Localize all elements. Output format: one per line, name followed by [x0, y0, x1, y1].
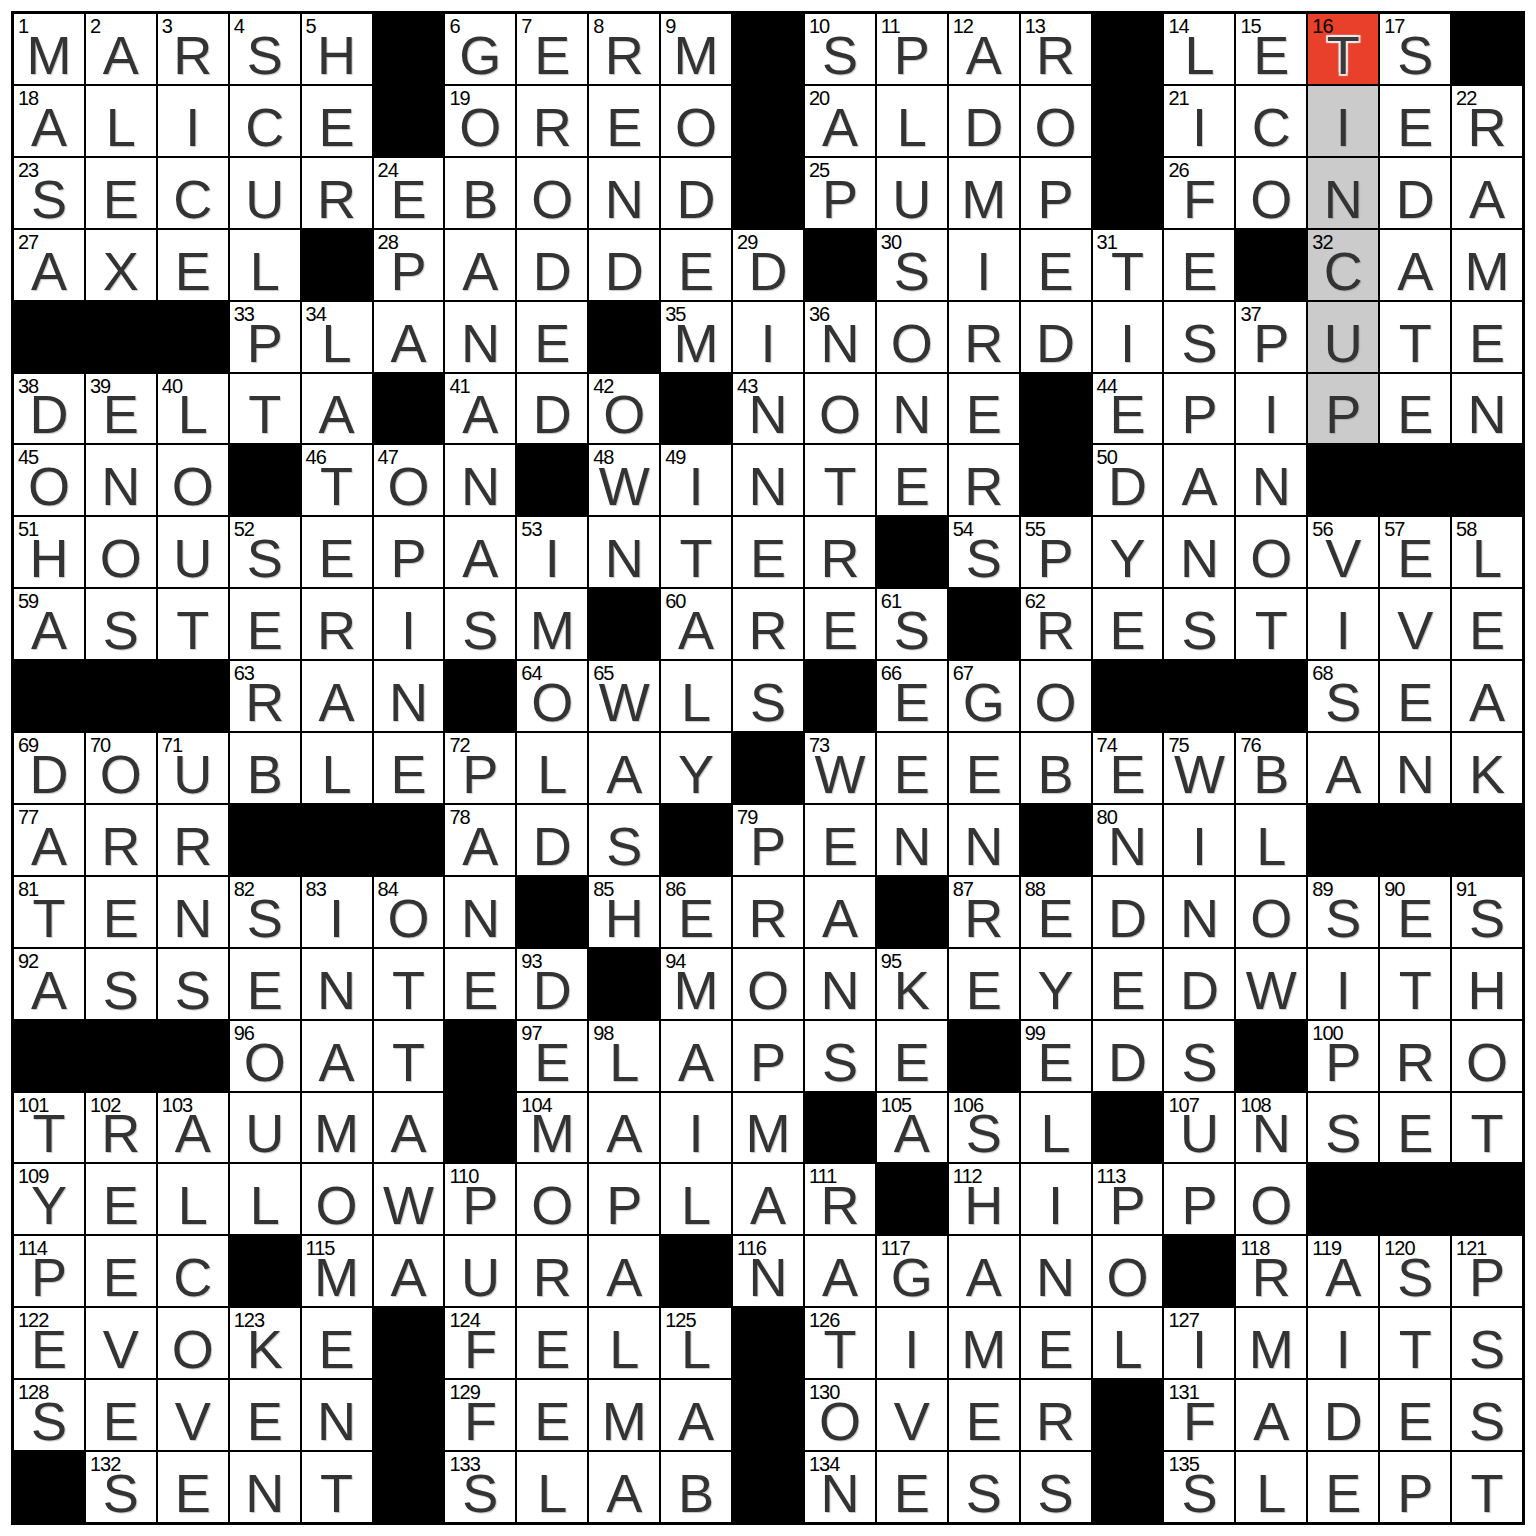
grid-cell-r7c7[interactable]: N	[445, 445, 515, 515]
grid-cell-r10c11[interactable]: S	[733, 661, 803, 731]
grid-cell-r4c19[interactable]: 32C	[1308, 230, 1378, 300]
grid-cell-r10c20[interactable]: E	[1380, 661, 1450, 731]
grid-cell-r14c20[interactable]: T	[1380, 949, 1450, 1019]
grid-cell-r19c8[interactable]: E	[517, 1308, 587, 1378]
grid-cell-r8c1[interactable]: 51H	[14, 517, 84, 587]
grid-cell-r17c17[interactable]: P	[1164, 1164, 1234, 1234]
grid-cell-r17c16[interactable]: 113P	[1093, 1164, 1163, 1234]
grid-cell-r15c21[interactable]: O	[1452, 1021, 1522, 1091]
grid-cell-r21c19[interactable]: E	[1308, 1452, 1378, 1522]
grid-cell-r13c14[interactable]: 87R	[949, 877, 1019, 947]
grid-cell-r7c6[interactable]: 47O	[374, 445, 444, 515]
grid-cell-r21c9[interactable]: A	[589, 1452, 659, 1522]
grid-cell-r9c10[interactable]: 60A	[661, 589, 731, 659]
grid-cell-r15c9[interactable]: 98L	[589, 1021, 659, 1091]
grid-cell-r7c13[interactable]: E	[877, 445, 947, 515]
grid-cell-r14c4[interactable]: E	[230, 949, 300, 1019]
grid-cell-r8c4[interactable]: 52S	[230, 517, 300, 587]
grid-cell-r9c19[interactable]: I	[1308, 589, 1378, 659]
grid-cell-r7c10[interactable]: 49I	[661, 445, 731, 515]
grid-cell-r6c12[interactable]: O	[805, 374, 875, 444]
grid-cell-r1c14[interactable]: 12A	[949, 14, 1019, 84]
grid-cell-r3c13[interactable]: U	[877, 158, 947, 228]
grid-cell-r8c19[interactable]: 56V	[1308, 517, 1378, 587]
grid-cell-r3c7[interactable]: B	[445, 158, 515, 228]
grid-cell-r11c19[interactable]: A	[1308, 733, 1378, 803]
grid-cell-r9c4[interactable]: E	[230, 589, 300, 659]
grid-cell-r12c13[interactable]: N	[877, 805, 947, 875]
grid-cell-r9c6[interactable]: I	[374, 589, 444, 659]
grid-cell-r10c19[interactable]: 68S	[1308, 661, 1378, 731]
grid-cell-r20c3[interactable]: V	[158, 1380, 228, 1450]
grid-cell-r3c12[interactable]: 25P	[805, 158, 875, 228]
grid-cell-r18c19[interactable]: 119A	[1308, 1236, 1378, 1306]
grid-cell-r21c5[interactable]: T	[302, 1452, 372, 1522]
grid-cell-r5c10[interactable]: 35M	[661, 302, 731, 372]
grid-cell-r11c3[interactable]: 71U	[158, 733, 228, 803]
grid-cell-r17c12[interactable]: 111R	[805, 1164, 875, 1234]
grid-cell-r4c3[interactable]: E	[158, 230, 228, 300]
grid-cell-r20c4[interactable]: E	[230, 1380, 300, 1450]
grid-cell-r9c12[interactable]: E	[805, 589, 875, 659]
grid-cell-r10c14[interactable]: 67G	[949, 661, 1019, 731]
grid-cell-r10c15[interactable]: O	[1021, 661, 1091, 731]
grid-cell-r13c6[interactable]: 84O	[374, 877, 444, 947]
grid-cell-r13c18[interactable]: O	[1236, 877, 1306, 947]
grid-cell-r5c15[interactable]: D	[1021, 302, 1091, 372]
grid-cell-r14c5[interactable]: N	[302, 949, 372, 1019]
grid-cell-r20c13[interactable]: V	[877, 1380, 947, 1450]
grid-cell-r14c19[interactable]: I	[1308, 949, 1378, 1019]
grid-cell-r8c14[interactable]: 54S	[949, 517, 1019, 587]
grid-cell-r12c2[interactable]: R	[86, 805, 156, 875]
grid-cell-r14c17[interactable]: D	[1164, 949, 1234, 1019]
grid-cell-r6c9[interactable]: 42O	[589, 374, 659, 444]
grid-cell-r5c8[interactable]: E	[517, 302, 587, 372]
grid-cell-r19c4[interactable]: 123K	[230, 1308, 300, 1378]
grid-cell-r14c14[interactable]: E	[949, 949, 1019, 1019]
grid-cell-r17c6[interactable]: W	[374, 1164, 444, 1234]
grid-cell-r13c5[interactable]: 83I	[302, 877, 372, 947]
grid-cell-r12c9[interactable]: S	[589, 805, 659, 875]
grid-cell-r15c4[interactable]: 96O	[230, 1021, 300, 1091]
grid-cell-r9c3[interactable]: T	[158, 589, 228, 659]
grid-cell-r19c7[interactable]: 124F	[445, 1308, 515, 1378]
grid-cell-r11c6[interactable]: E	[374, 733, 444, 803]
grid-cell-r19c20[interactable]: T	[1380, 1308, 1450, 1378]
grid-cell-r14c8[interactable]: 93D	[517, 949, 587, 1019]
grid-cell-r19c18[interactable]: M	[1236, 1308, 1306, 1378]
grid-cell-r18c12[interactable]: A	[805, 1236, 875, 1306]
grid-cell-r6c16[interactable]: 44E	[1093, 374, 1163, 444]
grid-cell-r11c16[interactable]: 74E	[1093, 733, 1163, 803]
grid-cell-r4c10[interactable]: E	[661, 230, 731, 300]
grid-cell-r21c4[interactable]: N	[230, 1452, 300, 1522]
grid-cell-r6c5[interactable]: A	[302, 374, 372, 444]
grid-cell-r7c1[interactable]: 45O	[14, 445, 84, 515]
grid-cell-r6c18[interactable]: I	[1236, 374, 1306, 444]
grid-cell-r2c7[interactable]: 19O	[445, 86, 515, 156]
grid-cell-r20c8[interactable]: E	[517, 1380, 587, 1450]
grid-cell-r11c4[interactable]: B	[230, 733, 300, 803]
grid-cell-r3c20[interactable]: D	[1380, 158, 1450, 228]
grid-cell-r2c10[interactable]: O	[661, 86, 731, 156]
grid-cell-r3c4[interactable]: U	[230, 158, 300, 228]
grid-cell-r18c6[interactable]: A	[374, 1236, 444, 1306]
grid-cell-r11c7[interactable]: 72P	[445, 733, 515, 803]
grid-cell-r13c4[interactable]: 82S	[230, 877, 300, 947]
grid-cell-r8c5[interactable]: E	[302, 517, 372, 587]
grid-cell-r1c12[interactable]: 10S	[805, 14, 875, 84]
grid-cell-r9c11[interactable]: R	[733, 589, 803, 659]
grid-cell-r16c6[interactable]: A	[374, 1093, 444, 1163]
grid-cell-r7c16[interactable]: 50D	[1093, 445, 1163, 515]
grid-cell-r2c14[interactable]: D	[949, 86, 1019, 156]
grid-cell-r1c13[interactable]: 11P	[877, 14, 947, 84]
grid-cell-r5c12[interactable]: 36N	[805, 302, 875, 372]
grid-cell-r6c11[interactable]: 43N	[733, 374, 803, 444]
grid-cell-r5c20[interactable]: T	[1380, 302, 1450, 372]
grid-cell-r4c11[interactable]: 29D	[733, 230, 803, 300]
grid-cell-r12c11[interactable]: 79P	[733, 805, 803, 875]
grid-cell-r20c2[interactable]: E	[86, 1380, 156, 1450]
grid-cell-r12c16[interactable]: 80N	[1093, 805, 1163, 875]
grid-cell-r17c15[interactable]: I	[1021, 1164, 1091, 1234]
grid-cell-r6c13[interactable]: N	[877, 374, 947, 444]
grid-cell-r21c14[interactable]: S	[949, 1452, 1019, 1522]
grid-cell-r18c11[interactable]: 116N	[733, 1236, 803, 1306]
grid-cell-r3c5[interactable]: R	[302, 158, 372, 228]
grid-cell-r12c8[interactable]: D	[517, 805, 587, 875]
grid-cell-r13c20[interactable]: 90E	[1380, 877, 1450, 947]
grid-cell-r12c1[interactable]: 77A	[14, 805, 84, 875]
grid-cell-r20c12[interactable]: 130O	[805, 1380, 875, 1450]
grid-cell-r17c11[interactable]: A	[733, 1164, 803, 1234]
grid-cell-r11c12[interactable]: 73W	[805, 733, 875, 803]
grid-cell-r2c2[interactable]: L	[86, 86, 156, 156]
grid-cell-r13c19[interactable]: 89S	[1308, 877, 1378, 947]
grid-cell-r20c7[interactable]: 129F	[445, 1380, 515, 1450]
grid-cell-r11c2[interactable]: 70O	[86, 733, 156, 803]
grid-cell-r15c10[interactable]: A	[661, 1021, 731, 1091]
grid-cell-r15c16[interactable]: D	[1093, 1021, 1163, 1091]
grid-cell-r6c19[interactable]: P	[1308, 374, 1378, 444]
grid-cell-r21c12[interactable]: 134N	[805, 1452, 875, 1522]
grid-cell-r1c15[interactable]: 13R	[1021, 14, 1091, 84]
grid-cell-r9c21[interactable]: E	[1452, 589, 1522, 659]
grid-cell-r11c1[interactable]: 69D	[14, 733, 84, 803]
grid-cell-r20c19[interactable]: D	[1308, 1380, 1378, 1450]
grid-cell-r17c10[interactable]: L	[661, 1164, 731, 1234]
grid-cell-r16c3[interactable]: 103A	[158, 1093, 228, 1163]
grid-cell-r11c8[interactable]: L	[517, 733, 587, 803]
grid-cell-r21c13[interactable]: E	[877, 1452, 947, 1522]
grid-cell-r16c11[interactable]: M	[733, 1093, 803, 1163]
grid-cell-r16c19[interactable]: S	[1308, 1093, 1378, 1163]
grid-cell-r20c10[interactable]: A	[661, 1380, 731, 1450]
grid-cell-r6c20[interactable]: E	[1380, 374, 1450, 444]
grid-cell-r2c3[interactable]: I	[158, 86, 228, 156]
grid-cell-r19c5[interactable]: E	[302, 1308, 372, 1378]
grid-cell-r18c13[interactable]: 117G	[877, 1236, 947, 1306]
grid-cell-r20c9[interactable]: M	[589, 1380, 659, 1450]
grid-cell-r19c14[interactable]: M	[949, 1308, 1019, 1378]
grid-cell-r2c20[interactable]: E	[1380, 86, 1450, 156]
grid-cell-r9c13[interactable]: 61S	[877, 589, 947, 659]
grid-cell-r4c17[interactable]: E	[1164, 230, 1234, 300]
grid-cell-r8c2[interactable]: O	[86, 517, 156, 587]
grid-cell-r15c19[interactable]: 100P	[1308, 1021, 1378, 1091]
grid-cell-r19c16[interactable]: L	[1093, 1308, 1163, 1378]
grid-cell-r7c12[interactable]: T	[805, 445, 875, 515]
grid-cell-r19c15[interactable]: E	[1021, 1308, 1091, 1378]
grid-cell-r15c20[interactable]: R	[1380, 1021, 1450, 1091]
grid-cell-r9c8[interactable]: M	[517, 589, 587, 659]
grid-cell-r5c5[interactable]: 34L	[302, 302, 372, 372]
grid-cell-r15c11[interactable]: P	[733, 1021, 803, 1091]
grid-cell-r16c8[interactable]: 104M	[517, 1093, 587, 1163]
grid-cell-r9c1[interactable]: 59A	[14, 589, 84, 659]
grid-cell-r14c21[interactable]: H	[1452, 949, 1522, 1019]
grid-cell-r14c18[interactable]: W	[1236, 949, 1306, 1019]
grid-cell-r7c18[interactable]: N	[1236, 445, 1306, 515]
grid-cell-r4c6[interactable]: 28P	[374, 230, 444, 300]
grid-cell-r16c14[interactable]: 106S	[949, 1093, 1019, 1163]
grid-cell-r4c14[interactable]: I	[949, 230, 1019, 300]
grid-cell-r9c2[interactable]: S	[86, 589, 156, 659]
grid-cell-r5c19[interactable]: U	[1308, 302, 1378, 372]
grid-cell-r19c9[interactable]: L	[589, 1308, 659, 1378]
grid-cell-r4c8[interactable]: D	[517, 230, 587, 300]
grid-cell-r7c2[interactable]: N	[86, 445, 156, 515]
grid-cell-r2c18[interactable]: C	[1236, 86, 1306, 156]
grid-cell-r15c5[interactable]: A	[302, 1021, 372, 1091]
grid-cell-r2c21[interactable]: 22R	[1452, 86, 1522, 156]
grid-cell-r20c20[interactable]: E	[1380, 1380, 1450, 1450]
grid-cell-r21c18[interactable]: L	[1236, 1452, 1306, 1522]
grid-cell-r20c15[interactable]: R	[1021, 1380, 1091, 1450]
grid-cell-r6c8[interactable]: D	[517, 374, 587, 444]
grid-cell-r16c21[interactable]: T	[1452, 1093, 1522, 1163]
grid-cell-r12c12[interactable]: E	[805, 805, 875, 875]
grid-cell-r5c7[interactable]: N	[445, 302, 515, 372]
grid-cell-r20c14[interactable]: E	[949, 1380, 1019, 1450]
grid-cell-r21c20[interactable]: P	[1380, 1452, 1450, 1522]
grid-cell-r10c4[interactable]: 63R	[230, 661, 300, 731]
grid-cell-r11c21[interactable]: K	[1452, 733, 1522, 803]
grid-cell-r18c5[interactable]: 115M	[302, 1236, 372, 1306]
grid-cell-r17c4[interactable]: L	[230, 1164, 300, 1234]
grid-cell-r13c7[interactable]: N	[445, 877, 515, 947]
grid-cell-r16c15[interactable]: L	[1021, 1093, 1091, 1163]
grid-cell-r5c11[interactable]: I	[733, 302, 803, 372]
grid-cell-r16c17[interactable]: 107U	[1164, 1093, 1234, 1163]
grid-cell-r7c9[interactable]: 48W	[589, 445, 659, 515]
grid-cell-r8c10[interactable]: T	[661, 517, 731, 587]
grid-cell-r16c5[interactable]: M	[302, 1093, 372, 1163]
grid-cell-r15c13[interactable]: E	[877, 1021, 947, 1091]
grid-cell-r4c9[interactable]: D	[589, 230, 659, 300]
grid-cell-r18c8[interactable]: R	[517, 1236, 587, 1306]
grid-cell-r8c6[interactable]: P	[374, 517, 444, 587]
grid-cell-r7c11[interactable]: N	[733, 445, 803, 515]
grid-cell-r8c16[interactable]: Y	[1093, 517, 1163, 587]
grid-cell-r1c3[interactable]: 3R	[158, 14, 228, 84]
grid-cell-r10c13[interactable]: 66E	[877, 661, 947, 731]
grid-cell-r15c8[interactable]: 97E	[517, 1021, 587, 1091]
grid-cell-r14c11[interactable]: O	[733, 949, 803, 1019]
grid-cell-r16c2[interactable]: 102R	[86, 1093, 156, 1163]
grid-cell-r18c1[interactable]: 114P	[14, 1236, 84, 1306]
grid-cell-r2c13[interactable]: L	[877, 86, 947, 156]
grid-cell-r2c8[interactable]: R	[517, 86, 587, 156]
grid-cell-r11c13[interactable]: E	[877, 733, 947, 803]
grid-cell-r3c8[interactable]: O	[517, 158, 587, 228]
grid-cell-r11c14[interactable]: E	[949, 733, 1019, 803]
grid-cell-r1c19[interactable]: 16T	[1308, 14, 1378, 84]
grid-cell-r8c15[interactable]: 55P	[1021, 517, 1091, 587]
grid-cell-r15c15[interactable]: 99E	[1021, 1021, 1091, 1091]
grid-cell-r4c21[interactable]: M	[1452, 230, 1522, 300]
grid-cell-r20c18[interactable]: A	[1236, 1380, 1306, 1450]
grid-cell-r12c17[interactable]: I	[1164, 805, 1234, 875]
grid-cell-r5c18[interactable]: 37P	[1236, 302, 1306, 372]
grid-cell-r16c1[interactable]: 101T	[14, 1093, 84, 1163]
grid-cell-r7c5[interactable]: 46T	[302, 445, 372, 515]
grid-cell-r3c15[interactable]: P	[1021, 158, 1091, 228]
grid-cell-r9c7[interactable]: S	[445, 589, 515, 659]
grid-cell-r13c9[interactable]: 85H	[589, 877, 659, 947]
grid-cell-r21c2[interactable]: 132S	[86, 1452, 156, 1522]
grid-cell-r6c1[interactable]: 38D	[14, 374, 84, 444]
grid-cell-r9c16[interactable]: E	[1093, 589, 1163, 659]
grid-cell-r21c7[interactable]: 133S	[445, 1452, 515, 1522]
grid-cell-r21c3[interactable]: E	[158, 1452, 228, 1522]
grid-cell-r14c1[interactable]: 92A	[14, 949, 84, 1019]
grid-cell-r11c20[interactable]: N	[1380, 733, 1450, 803]
grid-cell-r20c5[interactable]: N	[302, 1380, 372, 1450]
grid-cell-r1c10[interactable]: 9M	[661, 14, 731, 84]
grid-cell-r4c7[interactable]: A	[445, 230, 515, 300]
grid-cell-r17c3[interactable]: L	[158, 1164, 228, 1234]
grid-cell-r1c18[interactable]: 15E	[1236, 14, 1306, 84]
grid-cell-r16c13[interactable]: 105A	[877, 1093, 947, 1163]
grid-cell-r2c9[interactable]: E	[589, 86, 659, 156]
grid-cell-r17c5[interactable]: O	[302, 1164, 372, 1234]
grid-cell-r17c9[interactable]: P	[589, 1164, 659, 1234]
grid-cell-r14c10[interactable]: 94M	[661, 949, 731, 1019]
grid-cell-r15c12[interactable]: S	[805, 1021, 875, 1091]
grid-cell-r16c10[interactable]: I	[661, 1093, 731, 1163]
grid-cell-r17c14[interactable]: 112H	[949, 1164, 1019, 1234]
grid-cell-r18c16[interactable]: O	[1093, 1236, 1163, 1306]
grid-cell-r19c21[interactable]: S	[1452, 1308, 1522, 1378]
grid-cell-r13c12[interactable]: A	[805, 877, 875, 947]
grid-cell-r8c3[interactable]: U	[158, 517, 228, 587]
grid-cell-r14c6[interactable]: T	[374, 949, 444, 1019]
grid-cell-r5c13[interactable]: O	[877, 302, 947, 372]
grid-cell-r8c18[interactable]: O	[1236, 517, 1306, 587]
grid-cell-r21c15[interactable]: S	[1021, 1452, 1091, 1522]
grid-cell-r4c15[interactable]: E	[1021, 230, 1091, 300]
grid-cell-r12c18[interactable]: L	[1236, 805, 1306, 875]
grid-cell-r4c2[interactable]: X	[86, 230, 156, 300]
grid-cell-r3c3[interactable]: C	[158, 158, 228, 228]
grid-cell-r20c1[interactable]: 128S	[14, 1380, 84, 1450]
grid-cell-r1c8[interactable]: 7E	[517, 14, 587, 84]
grid-cell-r17c1[interactable]: 109Y	[14, 1164, 84, 1234]
grid-cell-r8c9[interactable]: N	[589, 517, 659, 587]
grid-cell-r4c20[interactable]: A	[1380, 230, 1450, 300]
grid-cell-r1c1[interactable]: 1M	[14, 14, 84, 84]
grid-cell-r4c13[interactable]: 30S	[877, 230, 947, 300]
grid-cell-r3c21[interactable]: A	[1452, 158, 1522, 228]
grid-cell-r6c7[interactable]: 41A	[445, 374, 515, 444]
grid-cell-r12c14[interactable]: N	[949, 805, 1019, 875]
grid-cell-r11c17[interactable]: 75W	[1164, 733, 1234, 803]
grid-cell-r5c4[interactable]: 33P	[230, 302, 300, 372]
grid-cell-r9c17[interactable]: S	[1164, 589, 1234, 659]
grid-cell-r4c1[interactable]: 27A	[14, 230, 84, 300]
grid-cell-r19c12[interactable]: 126T	[805, 1308, 875, 1378]
grid-cell-r8c12[interactable]: R	[805, 517, 875, 587]
grid-cell-r3c9[interactable]: N	[589, 158, 659, 228]
grid-cell-r2c17[interactable]: 21I	[1164, 86, 1234, 156]
grid-cell-r10c8[interactable]: 64O	[517, 661, 587, 731]
grid-cell-r14c15[interactable]: Y	[1021, 949, 1091, 1019]
grid-cell-r18c20[interactable]: 120S	[1380, 1236, 1450, 1306]
grid-cell-r16c4[interactable]: U	[230, 1093, 300, 1163]
grid-cell-r10c5[interactable]: A	[302, 661, 372, 731]
grid-cell-r8c7[interactable]: A	[445, 517, 515, 587]
grid-cell-r21c21[interactable]: T	[1452, 1452, 1522, 1522]
grid-cell-r17c7[interactable]: 110P	[445, 1164, 515, 1234]
grid-cell-r2c4[interactable]: C	[230, 86, 300, 156]
grid-cell-r18c7[interactable]: U	[445, 1236, 515, 1306]
grid-cell-r19c2[interactable]: V	[86, 1308, 156, 1378]
grid-cell-r6c4[interactable]: T	[230, 374, 300, 444]
grid-cell-r13c3[interactable]: N	[158, 877, 228, 947]
grid-cell-r10c21[interactable]: A	[1452, 661, 1522, 731]
grid-cell-r11c15[interactable]: B	[1021, 733, 1091, 803]
grid-cell-r16c9[interactable]: A	[589, 1093, 659, 1163]
grid-cell-r11c5[interactable]: L	[302, 733, 372, 803]
grid-cell-r2c12[interactable]: 20A	[805, 86, 875, 156]
grid-cell-r20c17[interactable]: 131F	[1164, 1380, 1234, 1450]
grid-cell-r5c21[interactable]: E	[1452, 302, 1522, 372]
grid-cell-r9c20[interactable]: V	[1380, 589, 1450, 659]
grid-cell-r1c17[interactable]: 14L	[1164, 14, 1234, 84]
grid-cell-r17c18[interactable]: O	[1236, 1164, 1306, 1234]
grid-cell-r13c15[interactable]: 88E	[1021, 877, 1091, 947]
grid-cell-r19c3[interactable]: O	[158, 1308, 228, 1378]
grid-cell-r9c15[interactable]: 62R	[1021, 589, 1091, 659]
grid-cell-r14c7[interactable]: E	[445, 949, 515, 1019]
grid-cell-r13c17[interactable]: N	[1164, 877, 1234, 947]
grid-cell-r15c17[interactable]: S	[1164, 1021, 1234, 1091]
grid-cell-r8c8[interactable]: 53I	[517, 517, 587, 587]
grid-cell-r4c4[interactable]: L	[230, 230, 300, 300]
grid-cell-r3c1[interactable]: 23S	[14, 158, 84, 228]
grid-cell-r2c19[interactable]: I	[1308, 86, 1378, 156]
grid-cell-r8c20[interactable]: 57E	[1380, 517, 1450, 587]
grid-cell-r6c2[interactable]: 39E	[86, 374, 156, 444]
grid-cell-r3c17[interactable]: 26F	[1164, 158, 1234, 228]
grid-cell-r13c11[interactable]: R	[733, 877, 803, 947]
grid-cell-r19c10[interactable]: 125L	[661, 1308, 731, 1378]
grid-cell-r2c5[interactable]: E	[302, 86, 372, 156]
grid-cell-r16c18[interactable]: 108N	[1236, 1093, 1306, 1163]
